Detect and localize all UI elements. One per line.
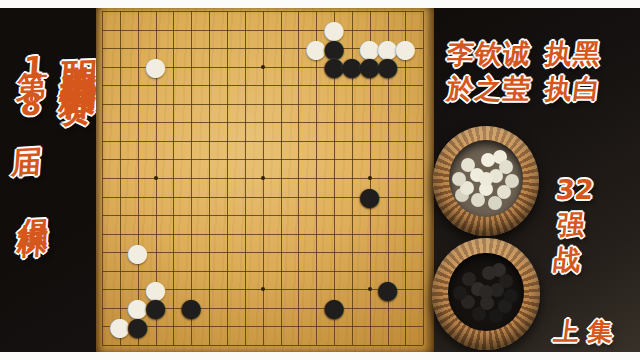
black-stone[interactable]: ● bbox=[128, 316, 148, 336]
grid-line-vertical bbox=[281, 11, 282, 345]
white-stones-bowl bbox=[433, 126, 539, 236]
black-stones-bowl-opening bbox=[448, 253, 524, 331]
go-board[interactable]: ●●●●●●●●●●●●●●●●●●●●● bbox=[96, 8, 434, 352]
white-player-role: 执白 bbox=[543, 73, 603, 104]
star-point bbox=[261, 65, 265, 69]
black-player-role: 执黑 bbox=[543, 38, 603, 69]
black-player-name: 李钦诚 bbox=[445, 38, 533, 69]
black-stones-pile bbox=[479, 285, 493, 299]
star-point bbox=[368, 287, 372, 291]
grid-line-vertical bbox=[298, 11, 299, 345]
black-stones-bowl bbox=[432, 238, 540, 350]
grid-line-horizontal bbox=[102, 326, 423, 327]
black-stone[interactable]: ● bbox=[360, 187, 380, 207]
grid-line-vertical bbox=[423, 11, 424, 345]
black-stone[interactable]: ● bbox=[378, 279, 398, 299]
letterbox-top bbox=[0, 0, 640, 8]
letterbox-bottom bbox=[0, 352, 640, 360]
white-stones-bowl-opening bbox=[449, 140, 523, 217]
grid-line-horizontal bbox=[102, 215, 423, 216]
black-stone[interactable]: ● bbox=[181, 298, 201, 318]
grid-line-horizontal bbox=[102, 345, 423, 346]
grid-line-horizontal bbox=[102, 252, 423, 253]
stage-char-zhan: 战 bbox=[543, 242, 591, 277]
grid-line-horizontal bbox=[102, 234, 423, 235]
black-stone[interactable]: ● bbox=[378, 57, 398, 77]
star-point bbox=[261, 287, 265, 291]
grid-line-horizontal bbox=[102, 271, 423, 272]
white-stone[interactable]: ● bbox=[146, 57, 166, 77]
star-point bbox=[154, 176, 158, 180]
stage-char-32: 32 bbox=[551, 172, 599, 207]
video-frame: 第18届 倡棋杯 职业围棋锦标赛 ●●●●●●●●●●●●●●●●●●●●● 李… bbox=[0, 0, 640, 360]
white-stones-pile bbox=[479, 172, 493, 186]
black-player-line: 李钦诚执黑 bbox=[445, 36, 603, 72]
star-point bbox=[261, 176, 265, 180]
white-player-name: 於之莹 bbox=[445, 73, 533, 104]
star-point bbox=[368, 176, 372, 180]
white-stone[interactable]: ● bbox=[128, 242, 148, 262]
stage-char-qiang: 强 bbox=[547, 207, 595, 242]
episode-label: 上集 bbox=[552, 315, 624, 348]
black-stone[interactable]: ● bbox=[324, 298, 344, 318]
stage-label: 32 强 战 bbox=[543, 172, 598, 277]
white-player-line: 於之莹执白 bbox=[445, 71, 603, 107]
